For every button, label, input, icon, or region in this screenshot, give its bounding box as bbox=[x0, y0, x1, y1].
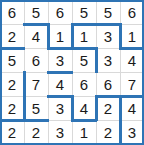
cell-r3c5[interactable]: 3 bbox=[96, 48, 120, 72]
wall-h-r5c4 bbox=[71, 119, 97, 122]
cell-r1c5[interactable]: 5 bbox=[96, 0, 120, 24]
wall-v-c1r5 bbox=[23, 95, 26, 121]
wall-h-r4c3 bbox=[47, 95, 73, 98]
wall-v-c3r2 bbox=[71, 23, 74, 49]
cell-r1c3[interactable]: 6 bbox=[48, 0, 72, 24]
cell-r6c2[interactable]: 2 bbox=[24, 120, 48, 144]
wall-h-r2c4 bbox=[71, 47, 97, 50]
cell-r2c3[interactable]: 1 bbox=[48, 24, 72, 48]
wall-v-c2r2 bbox=[47, 23, 50, 49]
wall-h-r5c2 bbox=[23, 119, 49, 122]
cell-r4c6[interactable]: 7 bbox=[120, 72, 144, 96]
cell-r3c4[interactable]: 5 bbox=[72, 48, 96, 72]
cell-r5c5[interactable]: 2 bbox=[96, 96, 120, 120]
screenshot-root: 656556241131563534274667253424223123 bbox=[0, 0, 144, 145]
cell-r5c6[interactable]: 4 bbox=[120, 96, 144, 120]
cell-r1c6[interactable]: 6 bbox=[120, 0, 144, 24]
cell-r5c1[interactable]: 2 bbox=[0, 96, 24, 120]
cell-r2c5[interactable]: 3 bbox=[96, 24, 120, 48]
wall-v-c5r6 bbox=[119, 119, 122, 145]
wall-h-r2c1 bbox=[0, 47, 25, 50]
cell-r3c1[interactable]: 5 bbox=[0, 48, 24, 72]
wall-h-r5c1 bbox=[0, 119, 25, 122]
wall-h-r1c4 bbox=[71, 23, 97, 26]
wall-v-c4r5 bbox=[95, 95, 98, 121]
cell-r3c3[interactable]: 3 bbox=[48, 48, 72, 72]
wall-h-r2c3 bbox=[47, 47, 73, 50]
cell-r4c2[interactable]: 7 bbox=[24, 72, 48, 96]
cell-r1c1[interactable]: 6 bbox=[0, 0, 24, 24]
cell-r6c3[interactable]: 3 bbox=[48, 120, 72, 144]
wall-v-c4r3 bbox=[95, 47, 98, 73]
cell-r3c6[interactable]: 4 bbox=[120, 48, 144, 72]
wall-h-r1c5 bbox=[95, 23, 121, 26]
wall-h-r2c6 bbox=[119, 47, 144, 50]
cell-r6c5[interactable]: 2 bbox=[96, 120, 120, 144]
wall-h-r1c2 bbox=[23, 23, 49, 26]
cell-r5c3[interactable]: 3 bbox=[48, 96, 72, 120]
cell-r2c2[interactable]: 4 bbox=[24, 24, 48, 48]
cell-r2c4[interactable]: 1 bbox=[72, 24, 96, 48]
cell-r2c6[interactable]: 1 bbox=[120, 24, 144, 48]
wall-h-r4c6 bbox=[119, 95, 144, 98]
cell-r4c5[interactable]: 6 bbox=[96, 72, 120, 96]
cell-r6c6[interactable]: 3 bbox=[120, 120, 144, 144]
cell-r1c4[interactable]: 5 bbox=[72, 0, 96, 24]
wall-v-c3r5 bbox=[71, 95, 74, 121]
cell-r6c1[interactable]: 2 bbox=[0, 120, 24, 144]
cell-r5c4[interactable]: 4 bbox=[72, 96, 96, 120]
wall-v-c1r4 bbox=[23, 71, 26, 97]
cell-r1c2[interactable]: 5 bbox=[24, 0, 48, 24]
cell-r4c3[interactable]: 4 bbox=[48, 72, 72, 96]
cell-r6c4[interactable]: 1 bbox=[72, 120, 96, 144]
wall-h-r3c3 bbox=[47, 71, 73, 74]
wall-v-c5r2 bbox=[119, 23, 122, 49]
puzzle-board: 656556241131563534274667253424223123 bbox=[0, 0, 144, 145]
wall-v-c5r5 bbox=[119, 95, 122, 121]
cell-r2c1[interactable]: 2 bbox=[0, 24, 24, 48]
cell-r4c1[interactable]: 2 bbox=[0, 72, 24, 96]
wall-h-r4c5 bbox=[95, 95, 121, 98]
cell-r5c2[interactable]: 5 bbox=[24, 96, 48, 120]
cell-r4c4[interactable]: 6 bbox=[72, 72, 96, 96]
cell-r3c2[interactable]: 6 bbox=[24, 48, 48, 72]
